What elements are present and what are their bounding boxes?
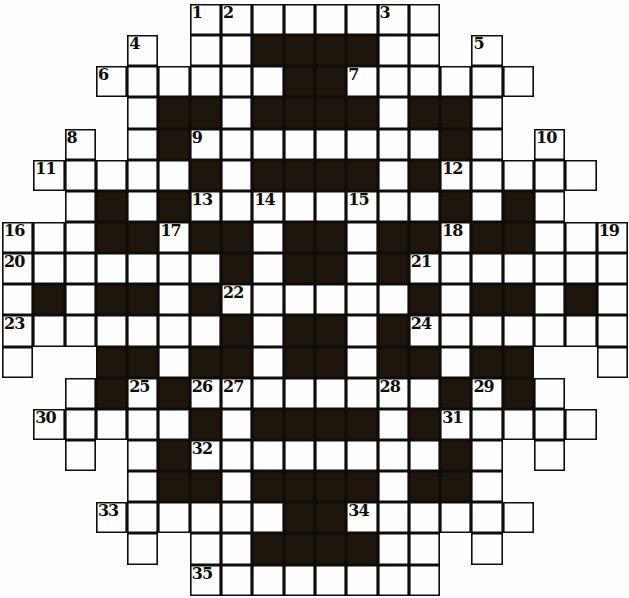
white-cell[interactable] — [440, 502, 471, 533]
outside-area — [503, 35, 534, 66]
white-cell[interactable]: 19 — [597, 222, 628, 253]
white-cell[interactable]: 27 — [221, 378, 252, 409]
white-cell[interactable] — [221, 533, 252, 564]
white-cell[interactable] — [409, 533, 440, 564]
white-cell[interactable] — [565, 160, 596, 191]
white-cell[interactable] — [127, 129, 158, 160]
white-cell[interactable] — [409, 35, 440, 66]
white-cell[interactable] — [221, 129, 252, 160]
black-cell — [284, 66, 315, 97]
white-cell[interactable]: 28 — [378, 378, 409, 409]
clue-number: 30 — [35, 410, 55, 426]
white-cell[interactable] — [471, 160, 502, 191]
white-cell[interactable] — [221, 409, 252, 440]
white-cell[interactable] — [471, 253, 502, 284]
white-cell[interactable] — [409, 502, 440, 533]
black-cell — [284, 97, 315, 128]
white-cell[interactable]: 26 — [190, 378, 221, 409]
white-cell[interactable]: 15 — [346, 191, 377, 222]
white-cell[interactable]: 29 — [471, 378, 502, 409]
white-cell[interactable] — [252, 502, 283, 533]
white-cell[interactable] — [284, 378, 315, 409]
white-cell[interactable] — [440, 253, 471, 284]
white-cell[interactable] — [252, 378, 283, 409]
outside-area — [597, 66, 628, 97]
white-cell[interactable] — [158, 284, 189, 315]
white-cell[interactable] — [409, 440, 440, 471]
outside-area — [2, 440, 33, 471]
white-cell[interactable] — [2, 284, 33, 315]
white-cell[interactable] — [315, 378, 346, 409]
white-cell[interactable] — [158, 160, 189, 191]
outside-area — [597, 378, 628, 409]
outside-area — [33, 66, 64, 97]
white-cell[interactable]: 1 — [190, 4, 221, 35]
white-cell[interactable] — [346, 565, 377, 596]
white-cell[interactable] — [96, 409, 127, 440]
black-cell — [315, 160, 346, 191]
black-cell — [440, 191, 471, 222]
outside-area — [597, 4, 628, 35]
outside-area — [65, 565, 96, 596]
white-cell[interactable] — [65, 409, 96, 440]
white-cell[interactable] — [378, 471, 409, 502]
white-cell[interactable] — [284, 440, 315, 471]
white-cell[interactable] — [252, 284, 283, 315]
white-cell[interactable] — [440, 66, 471, 97]
white-cell[interactable] — [378, 533, 409, 564]
white-cell[interactable] — [534, 222, 565, 253]
white-cell[interactable] — [346, 284, 377, 315]
white-cell[interactable] — [221, 471, 252, 502]
white-cell[interactable] — [534, 253, 565, 284]
white-cell[interactable] — [346, 4, 377, 35]
white-cell[interactable] — [127, 315, 158, 346]
outside-area — [440, 4, 471, 35]
white-cell[interactable] — [471, 409, 502, 440]
white-cell[interactable] — [158, 66, 189, 97]
outside-area — [2, 66, 33, 97]
white-cell[interactable] — [252, 222, 283, 253]
white-cell[interactable] — [565, 315, 596, 346]
white-cell[interactable]: 23 — [2, 315, 33, 346]
white-cell[interactable]: 31 — [440, 409, 471, 440]
white-cell[interactable] — [221, 502, 252, 533]
black-cell — [221, 347, 252, 378]
white-cell[interactable] — [378, 97, 409, 128]
outside-area — [597, 533, 628, 564]
white-cell[interactable]: 13 — [190, 191, 221, 222]
outside-area — [534, 533, 565, 564]
white-cell[interactable]: 20 — [2, 253, 33, 284]
white-cell[interactable]: 32 — [190, 440, 221, 471]
black-cell — [252, 97, 283, 128]
white-cell[interactable] — [440, 315, 471, 346]
white-cell[interactable] — [221, 565, 252, 596]
clue-number: 27 — [223, 379, 243, 395]
outside-area — [33, 97, 64, 128]
white-cell[interactable]: 17 — [158, 222, 189, 253]
white-cell[interactable] — [346, 129, 377, 160]
outside-area — [597, 440, 628, 471]
white-cell[interactable] — [158, 347, 189, 378]
outside-area — [127, 565, 158, 596]
white-cell[interactable] — [378, 191, 409, 222]
white-cell[interactable]: 9 — [190, 129, 221, 160]
outside-area — [158, 4, 189, 35]
white-cell[interactable] — [127, 97, 158, 128]
black-cell — [252, 160, 283, 191]
white-cell[interactable] — [409, 4, 440, 35]
white-cell[interactable] — [252, 66, 283, 97]
white-cell[interactable]: 33 — [96, 502, 127, 533]
white-cell[interactable]: 30 — [33, 409, 64, 440]
white-cell[interactable] — [284, 129, 315, 160]
white-cell[interactable] — [503, 502, 534, 533]
white-cell[interactable] — [534, 440, 565, 471]
white-cell[interactable] — [33, 315, 64, 346]
white-cell[interactable]: 14 — [252, 191, 283, 222]
white-cell[interactable] — [65, 160, 96, 191]
white-cell[interactable] — [409, 66, 440, 97]
outside-area — [33, 565, 64, 596]
white-cell[interactable] — [65, 191, 96, 222]
outside-area — [534, 347, 565, 378]
white-cell[interactable] — [534, 284, 565, 315]
white-cell[interactable]: 16 — [2, 222, 33, 253]
black-cell — [315, 253, 346, 284]
white-cell[interactable] — [158, 502, 189, 533]
white-cell[interactable] — [597, 315, 628, 346]
outside-area — [565, 378, 596, 409]
white-cell[interactable] — [158, 253, 189, 284]
white-cell[interactable] — [565, 409, 596, 440]
white-cell[interactable] — [378, 35, 409, 66]
white-cell[interactable] — [471, 440, 502, 471]
white-cell[interactable] — [127, 66, 158, 97]
white-cell[interactable] — [346, 253, 377, 284]
black-cell — [440, 378, 471, 409]
white-cell[interactable] — [440, 284, 471, 315]
white-cell[interactable] — [127, 191, 158, 222]
white-cell[interactable] — [33, 253, 64, 284]
white-cell[interactable]: 21 — [409, 253, 440, 284]
white-cell[interactable] — [471, 502, 502, 533]
outside-area — [65, 471, 96, 502]
clue-number: 5 — [473, 36, 483, 52]
black-cell — [503, 222, 534, 253]
white-cell[interactable] — [534, 315, 565, 346]
white-cell[interactable] — [597, 347, 628, 378]
white-cell[interactable] — [65, 284, 96, 315]
white-cell[interactable] — [252, 440, 283, 471]
black-cell — [503, 284, 534, 315]
black-cell — [315, 502, 346, 533]
white-cell[interactable]: 7 — [346, 66, 377, 97]
white-cell[interactable] — [471, 471, 502, 502]
outside-area — [565, 4, 596, 35]
white-cell[interactable] — [409, 565, 440, 596]
white-cell[interactable] — [378, 160, 409, 191]
white-cell[interactable] — [315, 440, 346, 471]
white-cell[interactable] — [565, 222, 596, 253]
black-cell — [440, 440, 471, 471]
outside-area — [96, 35, 127, 66]
white-cell[interactable] — [471, 191, 502, 222]
white-cell[interactable] — [503, 66, 534, 97]
white-cell[interactable] — [221, 35, 252, 66]
white-cell[interactable] — [565, 253, 596, 284]
white-cell[interactable] — [597, 253, 628, 284]
black-cell — [252, 533, 283, 564]
white-cell[interactable] — [471, 66, 502, 97]
outside-area — [33, 378, 64, 409]
white-cell[interactable] — [284, 284, 315, 315]
outside-area — [65, 347, 96, 378]
white-cell[interactable] — [284, 565, 315, 596]
outside-area — [503, 440, 534, 471]
white-cell[interactable] — [221, 97, 252, 128]
white-cell[interactable] — [252, 4, 283, 35]
black-cell — [409, 222, 440, 253]
white-cell[interactable]: 35 — [190, 565, 221, 596]
white-cell[interactable] — [127, 533, 158, 564]
white-cell[interactable] — [96, 253, 127, 284]
white-cell[interactable] — [378, 502, 409, 533]
white-cell[interactable] — [315, 191, 346, 222]
outside-area — [65, 533, 96, 564]
outside-area — [565, 97, 596, 128]
outside-area — [96, 565, 127, 596]
white-cell[interactable] — [2, 347, 33, 378]
white-cell[interactable] — [127, 409, 158, 440]
clue-number: 9 — [192, 130, 202, 146]
white-cell[interactable]: 5 — [471, 35, 502, 66]
white-cell[interactable] — [378, 440, 409, 471]
white-cell[interactable]: 12 — [440, 160, 471, 191]
black-cell — [127, 347, 158, 378]
outside-area — [565, 502, 596, 533]
black-cell — [96, 378, 127, 409]
white-cell[interactable] — [409, 191, 440, 222]
outside-area — [597, 35, 628, 66]
white-cell[interactable] — [597, 284, 628, 315]
white-cell[interactable] — [378, 284, 409, 315]
white-cell[interactable] — [190, 502, 221, 533]
white-cell[interactable] — [503, 253, 534, 284]
white-cell[interactable]: 34 — [346, 502, 377, 533]
clue-number: 33 — [98, 503, 118, 519]
outside-area — [565, 347, 596, 378]
outside-area — [158, 35, 189, 66]
white-cell[interactable] — [127, 471, 158, 502]
outside-area — [65, 502, 96, 533]
white-cell[interactable] — [284, 191, 315, 222]
clue-number: 23 — [4, 316, 24, 332]
black-cell — [409, 471, 440, 502]
white-cell[interactable] — [96, 315, 127, 346]
outside-area — [471, 565, 502, 596]
outside-area — [2, 409, 33, 440]
black-cell — [190, 160, 221, 191]
white-cell[interactable]: 25 — [127, 378, 158, 409]
outside-area — [158, 533, 189, 564]
white-cell[interactable] — [503, 409, 534, 440]
white-cell[interactable]: 18 — [440, 222, 471, 253]
outside-area — [534, 565, 565, 596]
white-cell[interactable] — [346, 315, 377, 346]
white-cell[interactable] — [221, 191, 252, 222]
white-cell[interactable] — [221, 440, 252, 471]
white-cell[interactable] — [190, 35, 221, 66]
black-cell — [503, 378, 534, 409]
outside-area — [96, 97, 127, 128]
white-cell[interactable] — [315, 284, 346, 315]
white-cell[interactable] — [534, 160, 565, 191]
white-cell[interactable] — [65, 378, 96, 409]
white-cell[interactable] — [190, 253, 221, 284]
black-cell — [409, 284, 440, 315]
clue-number: 34 — [348, 503, 368, 519]
black-cell — [284, 35, 315, 66]
outside-area — [2, 97, 33, 128]
white-cell[interactable] — [284, 4, 315, 35]
white-cell[interactable] — [221, 66, 252, 97]
white-cell[interactable] — [534, 378, 565, 409]
white-cell[interactable] — [252, 315, 283, 346]
white-cell[interactable] — [158, 409, 189, 440]
white-cell[interactable] — [315, 565, 346, 596]
white-cell[interactable] — [346, 440, 377, 471]
black-cell — [190, 97, 221, 128]
white-cell[interactable]: 4 — [127, 35, 158, 66]
white-cell[interactable]: 24 — [409, 315, 440, 346]
white-cell[interactable] — [503, 160, 534, 191]
white-cell[interactable]: 6 — [96, 66, 127, 97]
clue-number: 2 — [223, 5, 233, 21]
outside-area — [565, 35, 596, 66]
black-cell — [96, 347, 127, 378]
white-cell[interactable] — [190, 315, 221, 346]
white-cell[interactable] — [65, 315, 96, 346]
black-cell — [190, 284, 221, 315]
white-cell[interactable] — [158, 315, 189, 346]
white-cell[interactable] — [440, 347, 471, 378]
white-cell[interactable] — [409, 378, 440, 409]
black-cell — [471, 347, 502, 378]
white-cell[interactable] — [471, 533, 502, 564]
black-cell — [252, 35, 283, 66]
white-cell[interactable] — [378, 66, 409, 97]
white-cell[interactable] — [315, 129, 346, 160]
white-cell[interactable] — [378, 409, 409, 440]
clue-number: 10 — [536, 130, 556, 146]
black-cell — [315, 35, 346, 66]
outside-area — [65, 4, 96, 35]
white-cell[interactable] — [221, 160, 252, 191]
white-cell[interactable] — [346, 347, 377, 378]
white-cell[interactable]: 11 — [33, 160, 64, 191]
black-cell — [158, 471, 189, 502]
white-cell[interactable] — [127, 440, 158, 471]
white-cell[interactable] — [252, 347, 283, 378]
black-cell — [409, 409, 440, 440]
white-cell[interactable] — [471, 97, 502, 128]
white-cell[interactable] — [96, 160, 127, 191]
white-cell[interactable] — [127, 502, 158, 533]
black-cell — [158, 191, 189, 222]
white-cell[interactable] — [252, 129, 283, 160]
clue-number: 25 — [129, 379, 149, 395]
black-cell — [96, 284, 127, 315]
black-cell — [378, 347, 409, 378]
clue-number: 19 — [599, 223, 619, 239]
white-cell[interactable]: 3 — [378, 4, 409, 35]
white-cell[interactable] — [127, 253, 158, 284]
outside-area — [158, 565, 189, 596]
black-cell — [252, 471, 283, 502]
white-cell[interactable] — [534, 409, 565, 440]
outside-area — [503, 129, 534, 160]
clue-number: 18 — [442, 223, 462, 239]
white-cell[interactable]: 8 — [65, 129, 96, 160]
outside-area — [471, 4, 502, 35]
outside-area — [503, 471, 534, 502]
page: { "game": "crossword", "description": "E… — [0, 0, 629, 598]
white-cell[interactable]: 10 — [534, 129, 565, 160]
white-cell[interactable] — [65, 253, 96, 284]
clue-number: 15 — [348, 192, 368, 208]
white-cell[interactable] — [127, 160, 158, 191]
white-cell[interactable] — [471, 315, 502, 346]
clue-number: 17 — [160, 223, 180, 239]
white-cell[interactable] — [252, 565, 283, 596]
white-cell[interactable] — [346, 378, 377, 409]
outside-area — [534, 35, 565, 66]
outside-area — [534, 471, 565, 502]
black-cell — [33, 284, 64, 315]
white-cell[interactable] — [378, 565, 409, 596]
outside-area — [597, 409, 628, 440]
white-cell[interactable] — [33, 222, 64, 253]
outside-area — [597, 160, 628, 191]
white-cell[interactable] — [65, 222, 96, 253]
outside-area — [534, 502, 565, 533]
white-cell[interactable] — [190, 533, 221, 564]
black-cell — [284, 409, 315, 440]
white-cell[interactable] — [503, 315, 534, 346]
white-cell[interactable]: 22 — [221, 284, 252, 315]
white-cell[interactable] — [471, 129, 502, 160]
white-cell[interactable] — [378, 129, 409, 160]
white-cell[interactable] — [190, 66, 221, 97]
white-cell[interactable] — [252, 253, 283, 284]
white-cell[interactable] — [315, 4, 346, 35]
outside-area — [2, 129, 33, 160]
black-cell — [190, 471, 221, 502]
white-cell[interactable] — [409, 129, 440, 160]
crossword-grid: 1234567891011121314151617181920212223242… — [2, 4, 628, 596]
black-cell — [471, 222, 502, 253]
clue-number: 14 — [254, 192, 274, 208]
outside-area — [33, 347, 64, 378]
white-cell[interactable] — [534, 191, 565, 222]
black-cell — [315, 471, 346, 502]
black-cell — [190, 347, 221, 378]
white-cell[interactable] — [346, 222, 377, 253]
white-cell[interactable]: 2 — [221, 4, 252, 35]
white-cell[interactable] — [65, 440, 96, 471]
